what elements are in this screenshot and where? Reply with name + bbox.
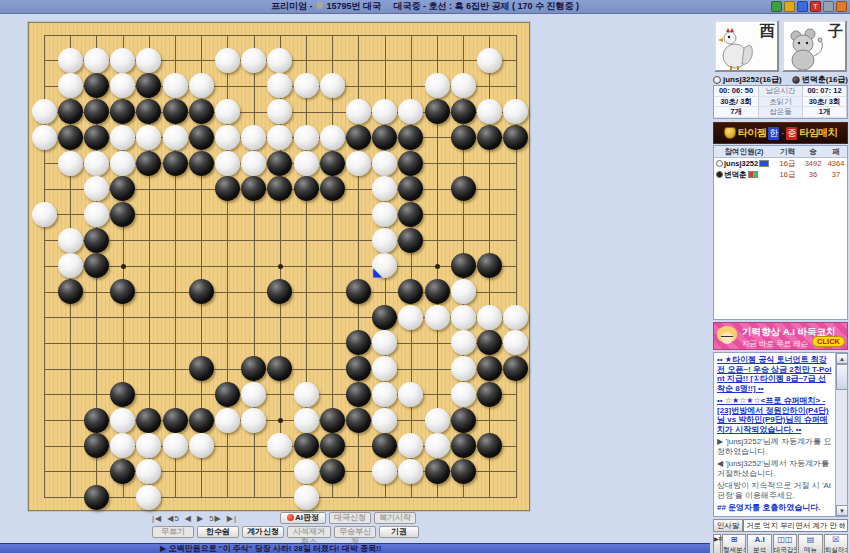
black-stone	[163, 408, 188, 433]
white-stone	[136, 485, 161, 510]
black-avatar: 子	[782, 20, 847, 72]
white-stone	[84, 202, 109, 227]
flag-icon	[748, 171, 758, 178]
white-stone-icon	[713, 76, 721, 84]
chat-system-message: ◀ 'junsj3252'님께서 자동계가를 거절하셨습니다.	[717, 459, 833, 478]
black-stone	[503, 356, 528, 381]
white-stone	[58, 228, 83, 253]
white-stone	[110, 73, 135, 98]
title-bar: 프리미엄 - ♕ 15795번 대국 대국중 - 호선 : 흑 6집반 공제 (…	[0, 0, 850, 14]
white-stone	[503, 99, 528, 124]
white-stone	[215, 99, 240, 124]
leave-room-button[interactable]: ☒ 퇴실하기	[824, 534, 848, 553]
ad-girl-image	[717, 326, 737, 348]
black-stone	[163, 99, 188, 124]
white-stone	[189, 433, 214, 458]
count-request-button[interactable]: 계가신청	[242, 526, 284, 538]
black-stone	[477, 356, 502, 381]
white-stone	[425, 433, 450, 458]
white-stone	[136, 433, 161, 458]
flag-icon	[759, 160, 769, 167]
white-stone	[241, 151, 266, 176]
black-stone	[451, 125, 476, 150]
captures-label: 잡은돌	[759, 107, 803, 118]
black-stone	[110, 382, 135, 407]
scroll-down-icon[interactable]: ▼	[836, 505, 848, 516]
trophy-icon[interactable]	[784, 1, 795, 12]
black-stone	[84, 408, 109, 433]
white-stone	[451, 73, 476, 98]
white-stone	[32, 202, 57, 227]
white-stone	[84, 48, 109, 73]
game-controls: |◀ ◀5 ◀ ▶ 5▶ ▶| AI판정 대국신청 복기시작 무르기 한수쉼 계…	[140, 511, 580, 542]
black-stone	[84, 73, 109, 98]
player-names: junsj3252(16급) 변덕춘(16급)	[713, 74, 848, 85]
black-stone	[84, 485, 109, 510]
ai-coach-ad[interactable]: 기력향상 A.I 바둑코치 지금 바로 무료 레슨 CLICK	[713, 322, 848, 350]
white-stone	[32, 99, 57, 124]
white-stone	[425, 305, 450, 330]
crown-icon: ♕	[315, 0, 324, 11]
black-stone	[425, 459, 450, 484]
white-stone	[215, 151, 240, 176]
black-stone	[110, 99, 135, 124]
white-stone	[425, 73, 450, 98]
black-stone	[346, 356, 371, 381]
menu-button[interactable]: ▤ 메뉴	[798, 534, 822, 553]
black-stone	[136, 408, 161, 433]
go-board[interactable]: ◣	[28, 22, 530, 511]
black-stone	[136, 151, 161, 176]
nav-back5-button[interactable]: ◀5	[167, 514, 180, 523]
white-stone	[398, 459, 423, 484]
black-stone	[110, 279, 135, 304]
white-stone	[136, 48, 161, 73]
review-start-button[interactable]: 복기시작	[374, 512, 416, 524]
black-stone	[398, 176, 423, 201]
white-stone	[451, 305, 476, 330]
white-captures: 7개	[714, 107, 759, 118]
white-stone	[451, 382, 476, 407]
korea-badge: 한	[768, 127, 779, 140]
black-stone	[372, 305, 397, 330]
black-player-name: 변덕춘(16급)	[792, 74, 848, 85]
grid-line	[44, 497, 517, 498]
black-stone	[451, 176, 476, 201]
black-stone	[110, 176, 135, 201]
nav-fwd5-button[interactable]: 5▶	[209, 514, 222, 523]
black-stone	[163, 151, 188, 176]
white-stone	[346, 99, 371, 124]
black-stone	[215, 382, 240, 407]
black-stone	[477, 330, 502, 355]
black-stone	[215, 176, 240, 201]
black-stone	[58, 279, 83, 304]
star-point	[121, 264, 126, 269]
white-stone	[372, 151, 397, 176]
black-stone	[267, 356, 292, 381]
dead-stone-cancel-button[interactable]: 사석제거취소	[287, 526, 331, 538]
black-stone	[451, 433, 476, 458]
resign-button[interactable]: 기권	[379, 526, 419, 538]
tree-icon[interactable]	[771, 1, 782, 12]
white-stone	[163, 73, 188, 98]
chat-notice: •• ★타이젬 공식 토너먼트 최강전 오픈~! 우승 상금 2천만 T-Poi…	[717, 355, 833, 393]
white-byoyomi: 30초/ 3회	[714, 97, 759, 108]
white-stone	[84, 176, 109, 201]
nav-fwd-button[interactable]: ▶	[197, 514, 204, 523]
black-stone	[503, 125, 528, 150]
star-point	[435, 264, 440, 269]
white-stone	[372, 176, 397, 201]
mouse-avatar-image	[786, 26, 826, 70]
grid-line	[44, 343, 517, 344]
chat-system-message: 상대방이 지속적으로 거절 시 'AI 판정'을 이용해주세요.	[717, 481, 833, 500]
black-stone	[451, 408, 476, 433]
black-stone	[398, 202, 423, 227]
black-stone	[267, 176, 292, 201]
white-stone	[372, 382, 397, 407]
white-stone	[372, 356, 397, 381]
white-stone	[241, 408, 266, 433]
white-stone	[58, 151, 83, 176]
black-stone	[477, 382, 502, 407]
white-stone	[110, 48, 135, 73]
black-stone	[267, 151, 292, 176]
white-stone	[58, 48, 83, 73]
black-captures: 1개	[803, 107, 847, 118]
white-stone	[372, 99, 397, 124]
ad-click-button[interactable]: CLICK	[812, 336, 845, 347]
white-stone	[110, 433, 135, 458]
white-stone	[267, 99, 292, 124]
white-avatar: 酉	[714, 20, 779, 72]
white-stone	[477, 48, 502, 73]
white-stone	[267, 73, 292, 98]
white-stone	[267, 125, 292, 150]
white-stone	[398, 433, 423, 458]
record-strip-button[interactable]: ▶R	[713, 534, 721, 553]
black-stone	[346, 125, 371, 150]
game-intensity-button[interactable]: ◫◫ 대국강도	[773, 534, 797, 553]
white-stone	[294, 382, 319, 407]
black-stone	[372, 433, 397, 458]
chat-log: •• ★타이젬 공식 토너먼트 최강전 오픈~! 우승 상금 2천만 T-Poi…	[713, 352, 848, 517]
tpoint-icon[interactable]: T	[810, 1, 821, 12]
white-stone	[372, 459, 397, 484]
chat-scrollbar[interactable]: ▲ ▼	[835, 353, 847, 516]
rooster-avatar-image	[718, 26, 756, 70]
white-player-name: junsj3252(16급)	[713, 74, 782, 85]
black-stone	[320, 459, 345, 484]
white-stone	[58, 253, 83, 278]
white-stone	[294, 151, 319, 176]
ai-icon: A.I	[748, 535, 770, 545]
white-stone	[294, 73, 319, 98]
black-stone	[346, 382, 371, 407]
chat-system-message: ## 운영자를 호출하였습니다.	[717, 503, 833, 513]
white-stone	[241, 125, 266, 150]
black-stone	[451, 253, 476, 278]
black-stone	[398, 125, 423, 150]
sidebar-toolbar: ▶R ⊞ 형세분석 A.I 분석 ◫◫ 대국강도 ▤ 메뉴 ☒ 퇴실하기	[713, 534, 848, 553]
scroll-up-icon[interactable]: ▲	[836, 353, 848, 364]
sidebar: 酉 子 junsj3252(16급)	[711, 14, 850, 553]
black-stone	[241, 356, 266, 381]
black-stone	[346, 279, 371, 304]
black-stone	[58, 125, 83, 150]
white-mini-stone-icon	[716, 160, 723, 167]
white-stone	[58, 73, 83, 98]
scrollbar-thumb[interactable]	[836, 364, 848, 390]
byoyomi-label: 초읽기	[759, 97, 803, 108]
gear-icon[interactable]	[823, 1, 834, 12]
white-stone	[215, 408, 240, 433]
black-stone	[58, 99, 83, 124]
black-stone	[189, 356, 214, 381]
star-point	[278, 418, 283, 423]
black-stone	[398, 151, 423, 176]
pass-button[interactable]: 한수쉼	[197, 526, 239, 538]
bird-icon[interactable]	[797, 1, 808, 12]
black-stone	[241, 176, 266, 201]
ad-marquee[interactable]: ▶ 오백만원으로 "이 주식" 당장 사라! 28일 터졌다! 대박 종목!!	[0, 543, 710, 553]
black-stone	[84, 433, 109, 458]
black-stone	[189, 408, 214, 433]
white-stone	[398, 305, 423, 330]
white-stone	[451, 356, 476, 381]
ai-judge-button[interactable]: AI판정	[280, 512, 326, 524]
black-time: 00: 07: 12	[803, 86, 847, 97]
white-stone	[503, 330, 528, 355]
black-stone	[451, 459, 476, 484]
move-nav: |◀ ◀5 ◀ ▶ 5▶ ▶|	[152, 514, 237, 523]
clock-panel: 00: 06: 50 남은시간 00: 07: 12 30초/ 3회 초읽기 3…	[713, 85, 848, 119]
white-stone	[215, 48, 240, 73]
close-icon: ☒	[825, 535, 847, 545]
black-stone	[425, 99, 450, 124]
menu-icon: ▤	[799, 535, 821, 545]
white-stone	[372, 330, 397, 355]
white-stone	[32, 125, 57, 150]
white-stone	[241, 48, 266, 73]
white-stone	[451, 279, 476, 304]
white-stone	[477, 99, 502, 124]
white-stone	[372, 228, 397, 253]
nav-last-button[interactable]: ▶|	[227, 514, 237, 523]
chat-system-message: ▶ 'junsj3252'님께 자동계가를 요청하였습니다.	[717, 437, 833, 456]
white-stone	[294, 459, 319, 484]
black-stone	[425, 279, 450, 304]
last-move-marker-icon: ◣	[373, 266, 382, 278]
remaining-time-label: 남은시간	[759, 86, 803, 97]
black-stone	[136, 73, 161, 98]
black-stone	[294, 176, 319, 201]
white-stone	[451, 330, 476, 355]
black-stone	[189, 99, 214, 124]
profile-icon[interactable]	[836, 1, 847, 12]
participants-header: 참여인원(2) 기력 승 패	[714, 146, 847, 158]
white-stone	[267, 433, 292, 458]
black-stone	[84, 125, 109, 150]
chat-input-row: 인사말	[713, 519, 848, 532]
white-stone	[110, 125, 135, 150]
black-stone	[477, 125, 502, 150]
white-stone	[136, 459, 161, 484]
white-stone	[503, 305, 528, 330]
white-stone	[372, 202, 397, 227]
white-stone	[425, 408, 450, 433]
black-stone	[294, 433, 319, 458]
ai-analysis-button[interactable]: A.I 분석	[747, 534, 771, 553]
chat-input[interactable]	[743, 519, 848, 532]
black-stone	[398, 228, 423, 253]
black-stone	[84, 228, 109, 253]
white-stone	[320, 125, 345, 150]
titlebar-icon-tray: T	[771, 1, 847, 12]
black-stone	[477, 433, 502, 458]
black-stone	[189, 279, 214, 304]
greeting-button[interactable]: 인사말	[713, 519, 743, 532]
black-stone	[320, 176, 345, 201]
white-stone	[163, 125, 188, 150]
black-stone	[372, 125, 397, 150]
black-stone	[477, 253, 502, 278]
white-stone	[267, 48, 292, 73]
white-stone	[163, 433, 188, 458]
black-stone	[84, 99, 109, 124]
black-stone	[267, 279, 292, 304]
black-stone	[346, 330, 371, 355]
white-stone	[294, 485, 319, 510]
black-byoyomi: 30초/ 3회	[803, 97, 847, 108]
participant-row[interactable]: junsj3252 16급 3492 4364	[714, 158, 847, 169]
white-stone	[372, 408, 397, 433]
white-time: 00: 06: 50	[714, 86, 759, 97]
black-stone	[320, 151, 345, 176]
white-stone	[398, 99, 423, 124]
draw-request-button[interactable]: 무승부신청	[334, 526, 376, 538]
china-badge: 중	[786, 127, 797, 140]
white-stone	[294, 125, 319, 150]
premium-label: 프리미엄 -	[271, 1, 313, 11]
black-stone	[346, 408, 371, 433]
nav-back-button[interactable]: ◀	[185, 514, 192, 523]
trophy-cup-icon	[724, 127, 736, 139]
white-stone	[110, 151, 135, 176]
black-stone	[84, 253, 109, 278]
black-mini-stone-icon	[716, 171, 723, 178]
white-stone	[294, 408, 319, 433]
star-point	[278, 264, 283, 269]
game-request-button[interactable]: 대국신청	[329, 512, 371, 524]
black-stone	[189, 125, 214, 150]
white-stone	[477, 305, 502, 330]
ad-subline: 지금 바로 무료 레슨	[742, 339, 808, 349]
white-zodiac-label: 酉	[760, 22, 775, 41]
white-stone	[136, 125, 161, 150]
black-stone	[189, 151, 214, 176]
participants-panel: 참여인원(2) 기력 승 패 junsj3252 16급 3492 4364 변…	[713, 145, 848, 320]
match-number: 15795번 대국	[326, 1, 381, 11]
black-stone	[110, 202, 135, 227]
match-title: 프리미엄 - ♕ 15795번 대국 대국중 - 호선 : 흑 6집반 공제 (…	[271, 0, 579, 13]
black-stone-icon	[792, 76, 800, 84]
white-stone	[398, 382, 423, 407]
black-stone	[320, 408, 345, 433]
white-stone	[346, 151, 371, 176]
nav-first-button[interactable]: |◀	[152, 514, 162, 523]
grid-icon: ⊞	[723, 535, 745, 545]
event-banner[interactable]: 타이젬 한 · 중 타임매치	[713, 122, 848, 144]
people-icon: ◫◫	[774, 535, 796, 545]
black-stone	[136, 99, 161, 124]
ai-judge-icon	[287, 514, 294, 521]
white-stone	[241, 382, 266, 407]
undo-button[interactable]: 무르기	[152, 526, 194, 538]
black-stone	[320, 433, 345, 458]
white-stone	[110, 408, 135, 433]
situation-analysis-button[interactable]: ⊞ 형세분석	[722, 534, 746, 553]
white-stone	[84, 151, 109, 176]
chat-notice: •• ☆★☆★☆<프로 슈퍼매치> - [23]번방에서 정원안하이(P4단)님…	[717, 396, 833, 434]
white-stone	[320, 73, 345, 98]
white-stone: ◣	[372, 253, 397, 278]
participant-row[interactable]: 변덕춘 16급 36 37	[714, 169, 847, 180]
black-stone	[451, 99, 476, 124]
white-stone	[215, 125, 240, 150]
match-status: 대국중 - 호선 : 흑 6집반 공제 ( 170 수 진행중 )	[394, 1, 580, 11]
white-stone	[189, 73, 214, 98]
black-stone	[398, 279, 423, 304]
black-stone	[110, 459, 135, 484]
black-zodiac-label: 子	[828, 22, 843, 41]
